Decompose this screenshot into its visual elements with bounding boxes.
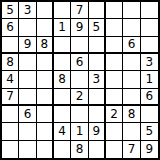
given-digit: 1: [58, 21, 66, 33]
cell-r3c6[interactable]: [89, 37, 106, 54]
cell-r7c3[interactable]: [37, 106, 54, 123]
given-digit: 9: [93, 125, 101, 137]
given-digit: 5: [6, 4, 14, 16]
given-digit: 9: [146, 143, 154, 155]
cell-r2c4: 1: [54, 19, 71, 36]
given-digit: 7: [6, 90, 14, 102]
cell-r5c8[interactable]: [123, 71, 140, 88]
cell-r1c2: 3: [19, 2, 36, 19]
given-digit: 8: [76, 143, 84, 155]
cell-r7c8: 8: [123, 106, 140, 123]
cell-r1c1: 5: [2, 2, 19, 19]
given-digit: 4: [6, 73, 14, 85]
cell-r3c3: 8: [37, 37, 54, 54]
given-digit: 9: [76, 21, 84, 33]
given-digit: 9: [24, 38, 32, 50]
given-digit: 7: [76, 4, 84, 16]
cell-r1c8[interactable]: [123, 2, 140, 19]
cell-r8c4: 4: [54, 123, 71, 140]
cell-r6c3[interactable]: [37, 89, 54, 106]
cell-r9c8: 7: [123, 141, 140, 158]
cell-r1c5: 7: [71, 2, 88, 19]
cell-r1c9[interactable]: [141, 2, 158, 19]
cell-r9c4[interactable]: [54, 141, 71, 158]
cell-r4c6[interactable]: [89, 54, 106, 71]
given-digit: 5: [146, 125, 154, 137]
cell-r3c5[interactable]: [71, 37, 88, 54]
cell-r6c4[interactable]: [54, 89, 71, 106]
given-digit: 6: [76, 56, 84, 68]
cell-r3c2: 9: [19, 37, 36, 54]
cell-r3c1[interactable]: [2, 37, 19, 54]
cell-r5c7[interactable]: [106, 71, 123, 88]
cell-r9c2[interactable]: [19, 141, 36, 158]
cell-r5c9: 1: [141, 71, 158, 88]
cell-r6c1: 7: [2, 89, 19, 106]
cell-r9c9: 9: [141, 141, 158, 158]
given-digit: 2: [110, 108, 118, 120]
cell-r8c6: 9: [89, 123, 106, 140]
cell-r6c6[interactable]: [89, 89, 106, 106]
given-digit: 1: [76, 125, 84, 137]
cell-r2c2[interactable]: [19, 19, 36, 36]
cell-r7c1[interactable]: [2, 106, 19, 123]
cell-r8c1[interactable]: [2, 123, 19, 140]
cell-r9c6[interactable]: [89, 141, 106, 158]
given-digit: 8: [128, 108, 136, 120]
cell-r4c8[interactable]: [123, 54, 140, 71]
given-digit: 1: [146, 73, 154, 85]
given-digit: 3: [93, 73, 101, 85]
cell-r5c2[interactable]: [19, 71, 36, 88]
cell-r1c6[interactable]: [89, 2, 106, 19]
cell-r4c9: 3: [141, 54, 158, 71]
given-digit: 5: [93, 21, 101, 33]
cell-r7c2: 6: [19, 106, 36, 123]
cell-r1c4[interactable]: [54, 2, 71, 19]
given-digit: 3: [24, 4, 32, 16]
cell-r2c9[interactable]: [141, 19, 158, 36]
cell-r5c5[interactable]: [71, 71, 88, 88]
cell-r4c1: 8: [2, 54, 19, 71]
cell-r1c7[interactable]: [106, 2, 123, 19]
cell-r5c4: 8: [54, 71, 71, 88]
cell-r7c9[interactable]: [141, 106, 158, 123]
cell-r4c2[interactable]: [19, 54, 36, 71]
cell-r4c4[interactable]: [54, 54, 71, 71]
cell-r1c3[interactable]: [37, 2, 54, 19]
cell-r3c8: 6: [123, 37, 140, 54]
given-digit: 3: [146, 56, 154, 68]
cell-r7c6[interactable]: [89, 106, 106, 123]
given-digit: 6: [128, 38, 136, 50]
cell-r9c1[interactable]: [2, 141, 19, 158]
cell-r6c7[interactable]: [106, 89, 123, 106]
cell-r4c3[interactable]: [37, 54, 54, 71]
given-digit: 8: [41, 38, 49, 50]
given-digit: 6: [146, 90, 154, 102]
cell-r8c2[interactable]: [19, 123, 36, 140]
cell-r3c7[interactable]: [106, 37, 123, 54]
cell-r5c3[interactable]: [37, 71, 54, 88]
cell-r4c5: 6: [71, 54, 88, 71]
cell-r5c1: 4: [2, 71, 19, 88]
cell-r2c3[interactable]: [37, 19, 54, 36]
given-digit: 8: [58, 73, 66, 85]
cell-r7c7: 2: [106, 106, 123, 123]
cell-r2c1: 6: [2, 19, 19, 36]
cell-r2c6: 5: [89, 19, 106, 36]
cell-r6c8[interactable]: [123, 89, 140, 106]
cell-r9c7[interactable]: [106, 141, 123, 158]
sudoku-puzzle: 537619598686348317266284195879: [0, 0, 160, 160]
cell-r7c5[interactable]: [71, 106, 88, 123]
cell-r2c5: 9: [71, 19, 88, 36]
cell-r6c2[interactable]: [19, 89, 36, 106]
given-digit: 6: [6, 21, 14, 33]
cell-r5c6: 3: [89, 71, 106, 88]
cell-r2c7[interactable]: [106, 19, 123, 36]
cell-r9c3[interactable]: [37, 141, 54, 158]
cell-r8c7[interactable]: [106, 123, 123, 140]
cell-r3c9[interactable]: [141, 37, 158, 54]
cell-r6c9: 6: [141, 89, 158, 106]
given-digit: 2: [76, 90, 84, 102]
cell-r2c8[interactable]: [123, 19, 140, 36]
cell-r8c5: 1: [71, 123, 88, 140]
cell-r9c5: 8: [71, 141, 88, 158]
sudoku-board: 537619598686348317266284195879: [0, 0, 160, 160]
cell-r3c4[interactable]: [54, 37, 71, 54]
cell-r4c7[interactable]: [106, 54, 123, 71]
cell-r8c8[interactable]: [123, 123, 140, 140]
given-digit: 6: [24, 108, 32, 120]
given-digit: 8: [6, 56, 14, 68]
cell-r7c4[interactable]: [54, 106, 71, 123]
cell-r6c5: 2: [71, 89, 88, 106]
given-digit: 7: [128, 143, 136, 155]
cell-r8c3[interactable]: [37, 123, 54, 140]
cell-r8c9: 5: [141, 123, 158, 140]
given-digit: 4: [58, 125, 66, 137]
